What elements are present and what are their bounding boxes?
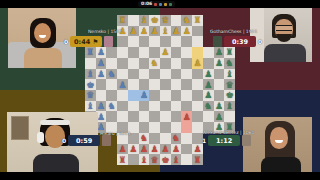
- piece-gP[interactable]: ♟: [204, 69, 212, 79]
- square-g11[interactable]: [149, 122, 160, 133]
- square-k9[interactable]: [192, 101, 203, 112]
- square-g2[interactable]: ♟: [149, 26, 160, 37]
- square-d10[interactable]: [117, 111, 128, 122]
- piece-bN[interactable]: ♞: [108, 69, 116, 79]
- square-f14[interactable]: ♝: [139, 154, 150, 165]
- square-l9[interactable]: ♞: [203, 101, 214, 112]
- square-g7[interactable]: [149, 79, 160, 90]
- square-j1[interactable]: ♞: [181, 15, 192, 26]
- piece-rQ[interactable]: ♛: [151, 155, 159, 165]
- square-h4[interactable]: ♟: [160, 47, 171, 58]
- player-order-dot: [164, 3, 167, 6]
- board-void-corner: [85, 15, 96, 26]
- piece-yQ[interactable]: ♛: [161, 15, 169, 25]
- square-c10[interactable]: [106, 111, 117, 122]
- wall-panel: [250, 8, 264, 62]
- square-i14[interactable]: ♝: [171, 154, 182, 165]
- square-n10[interactable]: [224, 111, 235, 122]
- square-c8[interactable]: [106, 90, 117, 101]
- square-k7[interactable]: [192, 79, 203, 90]
- score-green: 1: [202, 137, 206, 144]
- person-body: [261, 157, 301, 172]
- piece-rP[interactable]: ♟: [140, 144, 148, 154]
- piece-bP[interactable]: ♟: [97, 69, 105, 79]
- square-h13[interactable]: ♟: [160, 144, 171, 155]
- picture-frame: [11, 116, 29, 140]
- square-i12[interactable]: ♞: [171, 133, 182, 144]
- square-f8[interactable]: ♟: [139, 90, 150, 101]
- square-e2[interactable]: ♟: [128, 26, 139, 37]
- square-b9[interactable]: ♟: [96, 101, 107, 112]
- square-i11[interactable]: [171, 122, 182, 133]
- player-order-dot: [154, 3, 157, 6]
- piece-yP[interactable]: ♟: [183, 26, 191, 36]
- board-void-corner: [96, 15, 107, 26]
- clock-blue: 0:59: [68, 135, 100, 146]
- square-j12[interactable]: [181, 133, 192, 144]
- square-e14[interactable]: [128, 154, 139, 165]
- webcam-bottom-right: [243, 117, 312, 172]
- square-k11[interactable]: [192, 122, 203, 133]
- piece-rP[interactable]: ♟: [151, 144, 159, 154]
- webcam-top-right: [250, 8, 312, 62]
- board-void-corner: [224, 154, 235, 165]
- piece-gB[interactable]: ♝: [226, 101, 234, 111]
- square-g14[interactable]: ♛: [149, 154, 160, 165]
- square-n8[interactable]: ♚: [224, 90, 235, 101]
- piece-bB[interactable]: ♝: [86, 69, 94, 79]
- square-i8[interactable]: [171, 90, 182, 101]
- square-b6[interactable]: ♟: [96, 69, 107, 80]
- square-f7[interactable]: [139, 79, 150, 90]
- square-i2[interactable]: ♟: [171, 26, 182, 37]
- piece-bK[interactable]: ♚: [86, 80, 94, 90]
- piece-bN[interactable]: ♞: [108, 101, 116, 111]
- piece-rR[interactable]: ♜: [193, 155, 201, 165]
- square-b8[interactable]: [96, 90, 107, 101]
- piece-gP[interactable]: ♟: [215, 112, 223, 122]
- square-f4[interactable]: [139, 47, 150, 58]
- square-g10[interactable]: [149, 111, 160, 122]
- piece-yB[interactable]: ♝: [161, 26, 169, 36]
- square-l6[interactable]: ♟: [203, 69, 214, 80]
- square-f3[interactable]: [139, 36, 150, 47]
- square-a8[interactable]: ♛: [85, 90, 96, 101]
- piece-gB[interactable]: ♝: [226, 69, 234, 79]
- square-h8[interactable]: [160, 90, 171, 101]
- piece-gK[interactable]: ♚: [226, 90, 234, 100]
- square-k6[interactable]: [192, 69, 203, 80]
- piece-bP[interactable]: ♟: [97, 47, 105, 57]
- square-a5[interactable]: [85, 58, 96, 69]
- square-k8[interactable]: [192, 90, 203, 101]
- square-i3[interactable]: [171, 36, 182, 47]
- person-body: [24, 48, 62, 68]
- square-a9[interactable]: ♝: [85, 101, 96, 112]
- square-g4[interactable]: [149, 47, 160, 58]
- square-f9[interactable]: [139, 101, 150, 112]
- square-l5[interactable]: [203, 58, 214, 69]
- piece-rN[interactable]: ♞: [140, 133, 148, 143]
- square-g6[interactable]: [149, 69, 160, 80]
- square-j10[interactable]: ♟: [181, 111, 192, 122]
- person-body: [33, 154, 79, 172]
- piece-yK[interactable]: ♚: [151, 15, 159, 25]
- square-k3[interactable]: [192, 36, 203, 47]
- score-red: 0: [258, 38, 262, 45]
- piece-bP[interactable]: ♟: [140, 90, 148, 100]
- clock-panel-green: 1 1:12: [202, 135, 251, 146]
- square-e10[interactable]: [128, 111, 139, 122]
- square-k14[interactable]: ♜: [192, 154, 203, 165]
- square-f5[interactable]: [139, 58, 150, 69]
- piece-yP[interactable]: ♟: [161, 47, 169, 57]
- piece-rN[interactable]: ♞: [172, 133, 180, 143]
- square-d3[interactable]: [117, 36, 128, 47]
- square-c6[interactable]: ♞: [106, 69, 117, 80]
- square-d4[interactable]: [117, 47, 128, 58]
- headphones-earcup-icon: [37, 132, 44, 143]
- square-j11[interactable]: [181, 122, 192, 133]
- square-l8[interactable]: ♟: [203, 90, 214, 101]
- square-h10[interactable]: [160, 111, 171, 122]
- move-timer-pill: 0:06: [138, 1, 175, 7]
- piece-yN[interactable]: ♞: [183, 15, 191, 25]
- square-k4[interactable]: [192, 47, 203, 58]
- person-face: [270, 127, 288, 149]
- square-i13[interactable]: ♟: [171, 144, 182, 155]
- piece-bB[interactable]: ♝: [86, 101, 94, 111]
- square-f11[interactable]: [139, 122, 150, 133]
- square-h2[interactable]: ♝: [160, 26, 171, 37]
- square-n4[interactable]: ♜: [224, 47, 235, 58]
- piece-gP[interactable]: ♟: [215, 47, 223, 57]
- clock-panel-blue: 0 0:59: [62, 135, 111, 146]
- piece-rB[interactable]: ♝: [140, 155, 148, 165]
- square-i5[interactable]: [171, 58, 182, 69]
- square-g12[interactable]: [149, 133, 160, 144]
- score-blue: 0: [62, 137, 66, 144]
- player-name-top-right: GothamChess | 1921: [210, 29, 257, 34]
- square-f10[interactable]: [139, 111, 150, 122]
- piece-yP[interactable]: ♟: [151, 26, 159, 36]
- board-void-corner: [214, 15, 225, 26]
- square-h7[interactable]: [160, 79, 171, 90]
- square-m4[interactable]: ♟: [214, 47, 225, 58]
- avatar-red: [213, 36, 222, 47]
- board-void-corner: [203, 15, 214, 26]
- piece-yP[interactable]: ♟: [193, 58, 201, 68]
- piece-bP[interactable]: ♟: [118, 80, 126, 90]
- square-l10[interactable]: [203, 111, 214, 122]
- square-h3[interactable]: [160, 36, 171, 47]
- square-e8[interactable]: [128, 90, 139, 101]
- content-strip: ♜♝♚♛♞♜♟♟♟♟♝♟♟♜♟♟♟♜♟♞♟♟♞♝♟♞♟♝♚♟♟♛♛♟♟♚♝♟♞♞…: [0, 8, 320, 172]
- square-j7[interactable]: [181, 79, 192, 90]
- square-g8[interactable]: [149, 90, 160, 101]
- piece-gP[interactable]: ♟: [204, 80, 212, 90]
- square-a4[interactable]: ♜: [85, 47, 96, 58]
- square-a6[interactable]: ♝: [85, 69, 96, 80]
- square-f12[interactable]: ♞: [139, 133, 150, 144]
- glasses-icon: [276, 25, 292, 31]
- board-void-corner: [203, 154, 214, 165]
- board-void-corner: [203, 36, 214, 47]
- square-f6[interactable]: [139, 69, 150, 80]
- square-d6[interactable]: [117, 69, 128, 80]
- person-body: [264, 44, 306, 62]
- square-f1[interactable]: ♝: [139, 15, 150, 26]
- square-c4[interactable]: [106, 47, 117, 58]
- person-beard: [276, 34, 292, 42]
- piece-yR[interactable]: ♜: [118, 15, 126, 25]
- square-c9[interactable]: ♞: [106, 101, 117, 112]
- square-d9[interactable]: [117, 101, 128, 112]
- clock-panel-red: 0:39 0: [213, 36, 262, 47]
- square-c7[interactable]: [106, 79, 117, 90]
- square-i4[interactable]: [171, 47, 182, 58]
- square-e4[interactable]: [128, 47, 139, 58]
- square-l4[interactable]: [203, 47, 214, 58]
- square-k10[interactable]: [192, 111, 203, 122]
- square-j6[interactable]: [181, 69, 192, 80]
- square-g5[interactable]: ♞: [149, 58, 160, 69]
- board-void-corner: [224, 15, 235, 26]
- square-e9[interactable]: [128, 101, 139, 112]
- square-h14[interactable]: ♚: [160, 154, 171, 165]
- square-m10[interactable]: ♟: [214, 111, 225, 122]
- square-g3[interactable]: [149, 36, 160, 47]
- square-e7[interactable]: [128, 79, 139, 90]
- square-j2[interactable]: ♟: [181, 26, 192, 37]
- square-e6[interactable]: [128, 69, 139, 80]
- square-m7[interactable]: [214, 79, 225, 90]
- square-j13[interactable]: [181, 144, 192, 155]
- square-h5[interactable]: [160, 58, 171, 69]
- board-void-corner: [106, 154, 117, 165]
- piece-yN[interactable]: ♞: [151, 58, 159, 68]
- square-e3[interactable]: [128, 36, 139, 47]
- square-h1[interactable]: ♛: [160, 15, 171, 26]
- square-m5[interactable]: ♟: [214, 58, 225, 69]
- square-h11[interactable]: [160, 122, 171, 133]
- piece-bR[interactable]: ♜: [86, 47, 94, 57]
- clock-panel-yellow: 0 0:44 ⚑: [64, 36, 113, 47]
- square-f13[interactable]: ♟: [139, 144, 150, 155]
- player-order-dot: [159, 3, 162, 6]
- square-l7[interactable]: ♟: [203, 79, 214, 90]
- square-j4[interactable]: [181, 47, 192, 58]
- square-e5[interactable]: [128, 58, 139, 69]
- square-g1[interactable]: ♚: [149, 15, 160, 26]
- square-b4[interactable]: ♟: [96, 47, 107, 58]
- person-face: [34, 23, 51, 43]
- piece-gN[interactable]: ♞: [204, 101, 212, 111]
- square-j3[interactable]: [181, 36, 192, 47]
- score-yellow: 0: [64, 38, 68, 45]
- square-n6[interactable]: ♝: [224, 69, 235, 80]
- square-i1[interactable]: [171, 15, 182, 26]
- square-i9[interactable]: [171, 101, 182, 112]
- piece-yP[interactable]: ♟: [140, 26, 148, 36]
- square-g13[interactable]: ♟: [149, 144, 160, 155]
- square-h12[interactable]: [160, 133, 171, 144]
- piece-bP[interactable]: ♟: [97, 101, 105, 111]
- square-k2[interactable]: [192, 26, 203, 37]
- square-m8[interactable]: [214, 90, 225, 101]
- square-d14[interactable]: ♜: [117, 154, 128, 165]
- piece-rP[interactable]: ♟: [193, 144, 201, 154]
- piece-bQ[interactable]: ♛: [86, 90, 94, 100]
- player-order-dot: [169, 3, 172, 6]
- avatar-blue: [102, 135, 111, 146]
- square-n7[interactable]: ♛: [224, 79, 235, 90]
- square-i7[interactable]: [171, 79, 182, 90]
- square-k5[interactable]: ♟: [192, 58, 203, 69]
- piece-rP[interactable]: ♟: [161, 144, 169, 154]
- square-a7[interactable]: ♚: [85, 79, 96, 90]
- piece-rR[interactable]: ♜: [118, 155, 126, 165]
- square-d7[interactable]: ♟: [117, 79, 128, 90]
- piece-rP[interactable]: ♟: [183, 112, 191, 122]
- square-f2[interactable]: ♟: [139, 26, 150, 37]
- board-void-corner: [214, 154, 225, 165]
- square-d1[interactable]: ♜: [117, 15, 128, 26]
- piece-yR[interactable]: ♜: [193, 15, 201, 25]
- clock-yellow: 0:44 ⚑: [70, 36, 102, 47]
- square-h6[interactable]: [160, 69, 171, 80]
- piece-rK[interactable]: ♚: [161, 155, 169, 165]
- piece-rP[interactable]: ♟: [129, 144, 137, 154]
- avatar-yellow: [104, 36, 113, 47]
- avatar-green: [242, 135, 251, 146]
- square-e13[interactable]: ♟: [128, 144, 139, 155]
- clock-red: 0:39: [224, 36, 256, 47]
- square-d5[interactable]: [117, 58, 128, 69]
- square-d8[interactable]: [117, 90, 128, 101]
- square-g9[interactable]: [149, 101, 160, 112]
- square-b5[interactable]: ♟: [96, 58, 107, 69]
- stream-frame: ♜♝♚♛♞♜♟♟♟♟♝♟♟♜♟♟♟♜♟♞♟♟♞♝♟♞♟♝♚♟♟♛♛♟♟♚♝♟♞♞…: [0, 0, 320, 180]
- piece-gP[interactable]: ♟: [215, 58, 223, 68]
- square-j9[interactable]: [181, 101, 192, 112]
- piece-gQ[interactable]: ♛: [226, 80, 234, 90]
- square-m6[interactable]: [214, 69, 225, 80]
- piece-gN[interactable]: ♞: [226, 58, 234, 68]
- square-c5[interactable]: [106, 58, 117, 69]
- piece-gP[interactable]: ♟: [204, 90, 212, 100]
- square-i10[interactable]: [171, 111, 182, 122]
- piece-yP[interactable]: ♟: [129, 26, 137, 36]
- piece-yB[interactable]: ♝: [140, 15, 148, 25]
- move-timer-value: 0:06: [141, 1, 152, 7]
- square-i6[interactable]: [171, 69, 182, 80]
- square-e1[interactable]: [128, 15, 139, 26]
- square-d13[interactable]: ♟: [117, 144, 128, 155]
- square-j5[interactable]: [181, 58, 192, 69]
- square-n9[interactable]: ♝: [224, 101, 235, 112]
- board-void-corner: [106, 15, 117, 26]
- square-n5[interactable]: ♞: [224, 58, 235, 69]
- piece-bP[interactable]: ♟: [97, 112, 105, 122]
- square-h9[interactable]: [160, 101, 171, 112]
- piece-gP[interactable]: ♟: [215, 101, 223, 111]
- square-j8[interactable]: [181, 90, 192, 101]
- square-j14[interactable]: [181, 154, 192, 165]
- square-k1[interactable]: ♜: [192, 15, 203, 26]
- piece-yP[interactable]: ♟: [172, 26, 180, 36]
- piece-rB[interactable]: ♝: [172, 155, 180, 165]
- piece-rP[interactable]: ♟: [172, 144, 180, 154]
- piece-gR[interactable]: ♜: [226, 47, 234, 57]
- square-b7[interactable]: [96, 79, 107, 90]
- piece-rP[interactable]: ♟: [118, 144, 126, 154]
- player-name-top-left: Nemsko | 1507: [88, 29, 122, 34]
- clock-green: 1:12: [208, 135, 240, 146]
- square-m9[interactable]: ♟: [214, 101, 225, 112]
- piece-bP[interactable]: ♟: [97, 58, 105, 68]
